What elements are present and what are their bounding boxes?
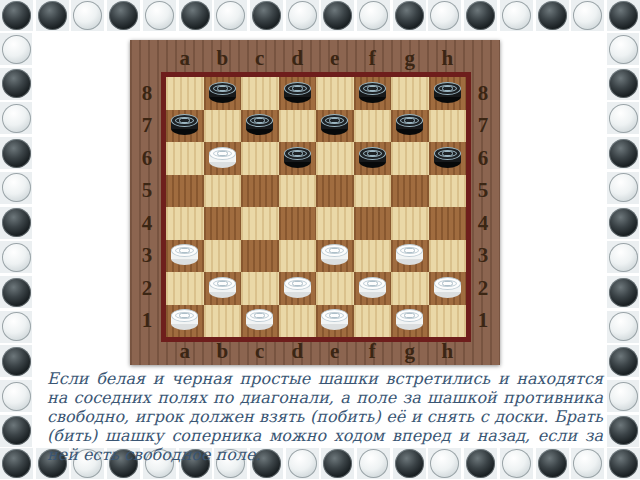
square-g4 (391, 207, 429, 240)
black-checker-icon (38, 1, 67, 30)
black-checker-icon (609, 208, 638, 237)
black-checker-icon (609, 69, 638, 98)
square-e6 (316, 142, 354, 175)
black-checker-icon (2, 69, 31, 98)
white-checker-icon (2, 243, 31, 272)
white-checker-b6 (209, 147, 236, 168)
white-checker-icon (216, 1, 245, 30)
square-c2 (241, 272, 279, 305)
coordinate-label: c (241, 43, 279, 73)
square-a4 (166, 207, 204, 240)
square-b2 (204, 272, 242, 305)
square-f8 (354, 77, 392, 110)
square-d6 (279, 142, 317, 175)
black-checker-icon (181, 1, 210, 30)
black-checker-icon (109, 1, 138, 30)
black-checker-g7 (396, 114, 423, 135)
coordinate-label: 3 (468, 240, 498, 273)
black-checker-b8 (209, 82, 236, 103)
square-e1 (316, 305, 354, 338)
square-f5 (354, 175, 392, 208)
square-c3 (241, 240, 279, 273)
black-checker-c7 (246, 114, 273, 135)
white-checker-icon (73, 1, 102, 30)
border-piece-tile (143, 0, 176, 31)
black-checker-icon (609, 449, 638, 478)
coordinate-label: 6 (132, 142, 162, 175)
board-playing-area (161, 72, 471, 342)
square-d2 (279, 272, 317, 305)
square-b4 (204, 207, 242, 240)
black-checker-icon (395, 1, 424, 30)
white-checker-d2 (284, 277, 311, 298)
white-checker-icon (609, 312, 638, 341)
square-e4 (316, 207, 354, 240)
black-checker-icon (609, 1, 638, 30)
square-c7 (241, 110, 279, 143)
border-piece-tile (393, 0, 426, 31)
coordinate-label: 8 (468, 77, 498, 110)
border-piece-tile (0, 137, 32, 169)
square-d7 (279, 110, 317, 143)
border-piece-tile (71, 0, 104, 31)
border-piece-tile (607, 102, 639, 134)
coordinate-label: d (279, 43, 317, 73)
rank-labels-left: 87654321 (132, 77, 162, 337)
square-h4 (429, 207, 467, 240)
border-piece-tile (607, 0, 640, 31)
square-h3 (429, 240, 467, 273)
coordinate-label: b (204, 43, 242, 73)
black-checker-icon (609, 416, 638, 445)
border-piece-tile (607, 207, 639, 239)
white-checker-icon (2, 104, 31, 133)
square-b6 (204, 142, 242, 175)
border-piece-tile (0, 448, 33, 479)
square-a1 (166, 305, 204, 338)
white-checker-e3 (321, 244, 348, 265)
border-piece-tile (0, 311, 32, 343)
black-checker-icon (2, 416, 31, 445)
white-checker-icon (2, 173, 31, 202)
border-piece-tile (464, 0, 497, 31)
square-a7 (166, 110, 204, 143)
border-piece-tile (0, 276, 32, 308)
square-f7 (354, 110, 392, 143)
border-piece-tile (250, 0, 283, 31)
coordinate-label: 1 (132, 305, 162, 338)
square-g1 (391, 305, 429, 338)
coordinate-label: f (354, 43, 392, 73)
black-checker-icon (2, 278, 31, 307)
board-grid (166, 77, 466, 337)
square-f4 (354, 207, 392, 240)
border-piece-tile (500, 0, 533, 31)
coordinate-label: 1 (468, 305, 498, 338)
square-e2 (316, 272, 354, 305)
square-g2 (391, 272, 429, 305)
black-checker-h6 (434, 147, 461, 168)
square-f6 (354, 142, 392, 175)
border-piece-tile (607, 33, 639, 65)
white-checker-icon (609, 173, 638, 202)
border-piece-tile (36, 0, 69, 31)
square-a5 (166, 175, 204, 208)
black-checker-f6 (359, 147, 386, 168)
white-checker-icon (145, 1, 174, 30)
black-checker-d8 (284, 82, 311, 103)
square-e8 (316, 77, 354, 110)
coordinate-label: a (166, 43, 204, 73)
square-b8 (204, 77, 242, 110)
white-checker-g3 (396, 244, 423, 265)
border-piece-tile (0, 68, 32, 100)
square-a6 (166, 142, 204, 175)
border-right-column (607, 33, 640, 447)
square-b5 (204, 175, 242, 208)
black-checker-f8 (359, 82, 386, 103)
square-g5 (391, 175, 429, 208)
rule-caption-text: Если белая и черная простые шашки встрет… (47, 369, 603, 464)
white-checker-g1 (396, 309, 423, 330)
border-piece-tile (179, 0, 212, 31)
white-checker-icon (609, 382, 638, 411)
border-piece-tile (428, 0, 461, 31)
black-checker-icon (2, 1, 31, 30)
white-checker-b2 (209, 277, 236, 298)
black-checker-icon (609, 139, 638, 168)
white-checker-icon (359, 1, 388, 30)
square-a3 (166, 240, 204, 273)
border-piece-tile (607, 68, 639, 100)
square-g3 (391, 240, 429, 273)
black-checker-icon (2, 449, 31, 478)
square-d5 (279, 175, 317, 208)
square-e7 (316, 110, 354, 143)
square-c4 (241, 207, 279, 240)
coordinate-label: 5 (468, 175, 498, 208)
square-b1 (204, 305, 242, 338)
coordinate-label: 2 (132, 272, 162, 305)
coordinate-label: 3 (132, 240, 162, 273)
border-piece-tile (607, 345, 639, 377)
square-a8 (166, 77, 204, 110)
black-checker-d6 (284, 147, 311, 168)
white-checker-a1 (171, 309, 198, 330)
coordinate-label: h (429, 43, 467, 73)
coordinate-label: 5 (132, 175, 162, 208)
black-checker-icon (466, 1, 495, 30)
black-checker-icon (609, 347, 638, 376)
border-piece-tile (0, 172, 32, 204)
black-checker-icon (609, 278, 638, 307)
border-piece-tile (607, 241, 639, 273)
square-g8 (391, 77, 429, 110)
border-piece-tile (321, 0, 354, 31)
square-g7 (391, 110, 429, 143)
square-d3 (279, 240, 317, 273)
square-c6 (241, 142, 279, 175)
black-checker-a7 (171, 114, 198, 135)
white-checker-icon (502, 1, 531, 30)
border-piece-tile (0, 345, 32, 377)
square-b3 (204, 240, 242, 273)
border-piece-tile (571, 0, 604, 31)
border-piece-tile (607, 172, 639, 204)
border-piece-tile (107, 0, 140, 31)
black-checker-h8 (434, 82, 461, 103)
square-c1 (241, 305, 279, 338)
square-d8 (279, 77, 317, 110)
square-h2 (429, 272, 467, 305)
square-c8 (241, 77, 279, 110)
square-h1 (429, 305, 467, 338)
coordinate-label: 2 (468, 272, 498, 305)
square-h5 (429, 175, 467, 208)
coordinate-label: e (316, 43, 354, 73)
coordinate-label: 7 (132, 110, 162, 143)
border-piece-tile (607, 311, 639, 343)
white-checker-icon (609, 243, 638, 272)
border-piece-tile (0, 380, 32, 412)
border-top-row (0, 0, 640, 32)
square-e3 (316, 240, 354, 273)
border-piece-tile (607, 448, 640, 479)
white-checker-icon (609, 35, 638, 64)
square-f3 (354, 240, 392, 273)
coordinate-label: 7 (468, 110, 498, 143)
white-checker-icon (2, 312, 31, 341)
border-piece-tile (286, 0, 319, 31)
square-a2 (166, 272, 204, 305)
white-checker-h2 (434, 277, 461, 298)
coordinate-label: 8 (132, 77, 162, 110)
black-checker-icon (252, 1, 281, 30)
black-checker-icon (2, 139, 31, 168)
white-checker-e1 (321, 309, 348, 330)
coordinate-label: g (391, 43, 429, 73)
border-piece-tile (357, 0, 390, 31)
border-piece-tile (0, 241, 32, 273)
black-checker-icon (2, 347, 31, 376)
square-c5 (241, 175, 279, 208)
square-g6 (391, 142, 429, 175)
white-checker-icon (609, 104, 638, 133)
black-checker-icon (323, 1, 352, 30)
coordinate-label: 4 (132, 207, 162, 240)
black-checker-icon (538, 1, 567, 30)
border-piece-tile (607, 380, 639, 412)
black-checker-icon (2, 208, 31, 237)
border-piece-tile (214, 0, 247, 31)
white-checker-c1 (246, 309, 273, 330)
border-piece-tile (0, 33, 32, 65)
square-f1 (354, 305, 392, 338)
coordinate-label: 4 (468, 207, 498, 240)
border-piece-tile (607, 137, 639, 169)
white-checker-icon (573, 1, 602, 30)
square-h6 (429, 142, 467, 175)
border-piece-tile (0, 207, 32, 239)
border-left-column (0, 33, 33, 447)
border-piece-tile (0, 0, 33, 31)
checkers-board: abcdefgh abcdefgh 87654321 87654321 (130, 40, 500, 365)
white-checker-icon (430, 1, 459, 30)
square-e5 (316, 175, 354, 208)
border-piece-tile (607, 415, 639, 447)
square-h7 (429, 110, 467, 143)
square-h8 (429, 77, 467, 110)
black-checker-e7 (321, 114, 348, 135)
file-labels-top: abcdefgh (166, 43, 466, 73)
white-checker-icon (288, 1, 317, 30)
rank-labels-right: 87654321 (468, 77, 498, 337)
border-piece-tile (607, 276, 639, 308)
white-checker-a3 (171, 244, 198, 265)
border-piece-tile (0, 415, 32, 447)
white-checker-icon (2, 35, 31, 64)
white-checker-f2 (359, 277, 386, 298)
square-d4 (279, 207, 317, 240)
white-checker-icon (2, 382, 31, 411)
coordinate-label: 6 (468, 142, 498, 175)
border-piece-tile (536, 0, 569, 31)
square-d1 (279, 305, 317, 338)
border-piece-tile (0, 102, 32, 134)
square-b7 (204, 110, 242, 143)
square-f2 (354, 272, 392, 305)
